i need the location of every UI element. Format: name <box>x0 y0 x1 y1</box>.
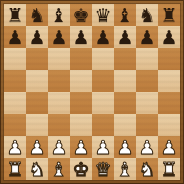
chess-board: ♜♞♝♚♛♝♞♜♟♟♟♟♟♟♟♟♟♟♟♟♟♟♟♟♜♞♝♚♛♝♞♜ <box>4 4 180 180</box>
white-king[interactable]: ♚ <box>72 158 89 180</box>
square-h6[interactable] <box>158 48 180 70</box>
square-h4[interactable] <box>158 92 180 114</box>
square-b3[interactable] <box>26 114 48 136</box>
square-b6[interactable] <box>26 48 48 70</box>
black-rook[interactable]: ♜ <box>6 4 23 26</box>
black-king[interactable]: ♚ <box>72 4 89 26</box>
white-pawn[interactable]: ♟ <box>94 136 111 158</box>
white-knight[interactable]: ♞ <box>138 158 155 180</box>
white-pawn[interactable]: ♟ <box>6 136 23 158</box>
square-e6[interactable] <box>92 48 114 70</box>
black-pawn[interactable]: ♟ <box>72 26 89 48</box>
black-bishop[interactable]: ♝ <box>116 4 133 26</box>
square-e7[interactable]: ♟ <box>92 26 114 48</box>
square-b4[interactable] <box>26 92 48 114</box>
black-pawn[interactable]: ♟ <box>50 26 67 48</box>
square-a8[interactable]: ♜ <box>4 4 26 26</box>
white-rook[interactable]: ♜ <box>160 158 177 180</box>
white-pawn[interactable]: ♟ <box>138 136 155 158</box>
square-b5[interactable] <box>26 70 48 92</box>
white-bishop[interactable]: ♝ <box>116 158 133 180</box>
square-f2[interactable]: ♟ <box>114 136 136 158</box>
square-e1[interactable]: ♛ <box>92 158 114 180</box>
square-e4[interactable] <box>92 92 114 114</box>
square-f3[interactable] <box>114 114 136 136</box>
white-pawn[interactable]: ♟ <box>116 136 133 158</box>
square-a2[interactable]: ♟ <box>4 136 26 158</box>
square-g6[interactable] <box>136 48 158 70</box>
white-pawn[interactable]: ♟ <box>160 136 177 158</box>
square-g5[interactable] <box>136 70 158 92</box>
square-c2[interactable]: ♟ <box>48 136 70 158</box>
square-b8[interactable]: ♞ <box>26 4 48 26</box>
white-pawn[interactable]: ♟ <box>28 136 45 158</box>
square-d4[interactable] <box>70 92 92 114</box>
black-queen[interactable]: ♛ <box>94 4 111 26</box>
square-e2[interactable]: ♟ <box>92 136 114 158</box>
square-g8[interactable]: ♞ <box>136 4 158 26</box>
white-bishop[interactable]: ♝ <box>50 158 67 180</box>
white-queen[interactable]: ♛ <box>94 158 111 180</box>
square-e5[interactable] <box>92 70 114 92</box>
square-d5[interactable] <box>70 70 92 92</box>
square-f1[interactable]: ♝ <box>114 158 136 180</box>
black-pawn[interactable]: ♟ <box>6 26 23 48</box>
square-f7[interactable]: ♟ <box>114 26 136 48</box>
square-f4[interactable] <box>114 92 136 114</box>
square-g7[interactable]: ♟ <box>136 26 158 48</box>
square-c5[interactable] <box>48 70 70 92</box>
square-c1[interactable]: ♝ <box>48 158 70 180</box>
square-d8[interactable]: ♚ <box>70 4 92 26</box>
square-d3[interactable] <box>70 114 92 136</box>
black-knight[interactable]: ♞ <box>28 4 45 26</box>
square-a1[interactable]: ♜ <box>4 158 26 180</box>
square-b1[interactable]: ♞ <box>26 158 48 180</box>
square-c6[interactable] <box>48 48 70 70</box>
square-a3[interactable] <box>4 114 26 136</box>
square-h1[interactable]: ♜ <box>158 158 180 180</box>
black-rook[interactable]: ♜ <box>160 4 177 26</box>
black-pawn[interactable]: ♟ <box>94 26 111 48</box>
square-a6[interactable] <box>4 48 26 70</box>
square-h8[interactable]: ♜ <box>158 4 180 26</box>
square-e8[interactable]: ♛ <box>92 4 114 26</box>
square-c7[interactable]: ♟ <box>48 26 70 48</box>
square-e3[interactable] <box>92 114 114 136</box>
square-d6[interactable] <box>70 48 92 70</box>
square-a7[interactable]: ♟ <box>4 26 26 48</box>
white-knight[interactable]: ♞ <box>28 158 45 180</box>
square-h5[interactable] <box>158 70 180 92</box>
square-g3[interactable] <box>136 114 158 136</box>
black-pawn[interactable]: ♟ <box>116 26 133 48</box>
white-rook[interactable]: ♜ <box>6 158 23 180</box>
square-d1[interactable]: ♚ <box>70 158 92 180</box>
square-d2[interactable]: ♟ <box>70 136 92 158</box>
square-c4[interactable] <box>48 92 70 114</box>
square-f6[interactable] <box>114 48 136 70</box>
black-pawn[interactable]: ♟ <box>160 26 177 48</box>
chess-board-frame: ♜♞♝♚♛♝♞♜♟♟♟♟♟♟♟♟♟♟♟♟♟♟♟♟♜♞♝♚♛♝♞♜ <box>0 0 184 184</box>
square-a5[interactable] <box>4 70 26 92</box>
square-g2[interactable]: ♟ <box>136 136 158 158</box>
black-knight[interactable]: ♞ <box>138 4 155 26</box>
black-pawn[interactable]: ♟ <box>138 26 155 48</box>
square-f5[interactable] <box>114 70 136 92</box>
square-h3[interactable] <box>158 114 180 136</box>
square-b7[interactable]: ♟ <box>26 26 48 48</box>
black-bishop[interactable]: ♝ <box>50 4 67 26</box>
square-c8[interactable]: ♝ <box>48 4 70 26</box>
square-f8[interactable]: ♝ <box>114 4 136 26</box>
white-pawn[interactable]: ♟ <box>50 136 67 158</box>
square-c3[interactable] <box>48 114 70 136</box>
square-h7[interactable]: ♟ <box>158 26 180 48</box>
black-pawn[interactable]: ♟ <box>28 26 45 48</box>
square-h2[interactable]: ♟ <box>158 136 180 158</box>
square-b2[interactable]: ♟ <box>26 136 48 158</box>
square-g1[interactable]: ♞ <box>136 158 158 180</box>
square-a4[interactable] <box>4 92 26 114</box>
square-d7[interactable]: ♟ <box>70 26 92 48</box>
white-pawn[interactable]: ♟ <box>72 136 89 158</box>
square-g4[interactable] <box>136 92 158 114</box>
